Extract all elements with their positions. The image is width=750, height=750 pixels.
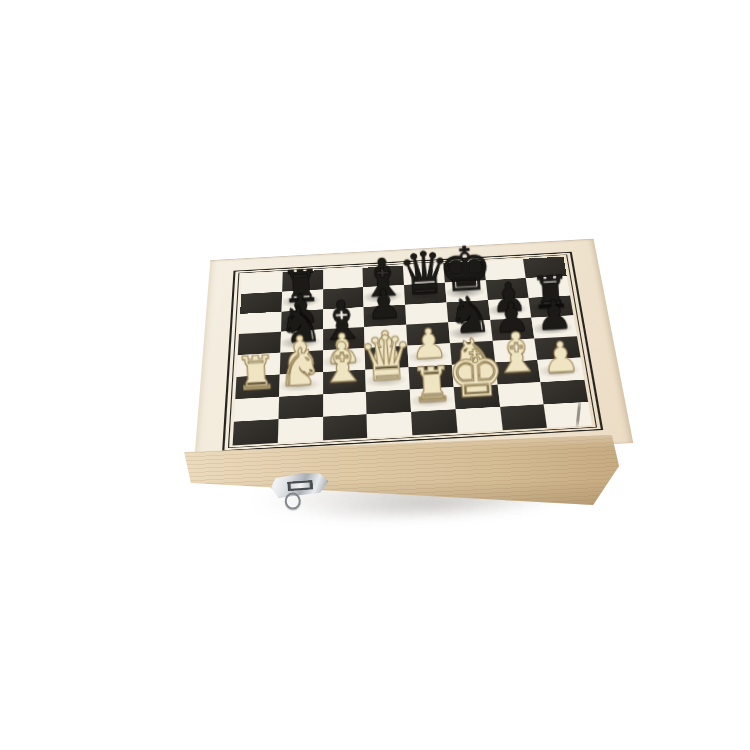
piece-shadow: [489, 302, 530, 316]
square-c3: ♝: [323, 370, 367, 395]
square-d4: ♟: [365, 346, 409, 370]
square-e4: ♟: [407, 343, 451, 367]
square-b3: ♞: [279, 372, 323, 397]
square-d5: [364, 325, 407, 348]
square-d8: [363, 266, 404, 287]
square-h3: ♟: [538, 357, 585, 381]
square-d1: [367, 412, 413, 438]
piece-shadow: [496, 365, 539, 381]
square-g2: [497, 382, 544, 407]
square-h4: [535, 336, 581, 360]
piece-shadow: [281, 334, 322, 349]
square-b1: [278, 417, 323, 443]
square-a5: [238, 332, 281, 355]
square-g8: [483, 259, 526, 280]
piece-shadow: [236, 379, 278, 395]
piece-shadow: [449, 325, 491, 340]
square-e5: [406, 322, 450, 345]
square-d7: ♝: [363, 285, 405, 307]
square-a6: [239, 311, 281, 334]
piece-shadow: [323, 353, 364, 368]
chess-set: ♜♝♛♚♟♟♟♜♞♝♞♟♟♟♟♟♟♜♞♝♛♞♝♟♜♚: [196, 239, 626, 591]
metal-clasp: [270, 471, 332, 509]
piece-shadow: [367, 372, 409, 388]
piece-shadow: [533, 320, 575, 335]
piece-shadow: [446, 285, 486, 299]
square-c1: [322, 414, 367, 440]
piece-shadow: [282, 294, 321, 308]
square-c8: [323, 268, 364, 290]
piece-shadow: [491, 322, 533, 337]
piece-shadow: [323, 374, 365, 390]
square-c7: [323, 287, 364, 309]
square-b2: [278, 394, 322, 419]
square-h5: ♟: [532, 315, 577, 338]
square-h7: [526, 276, 570, 298]
square-c4: ♟: [323, 348, 366, 372]
piece-shadow: [282, 314, 322, 328]
square-c2: [322, 392, 366, 417]
square-d2: [366, 389, 411, 414]
square-e1: [411, 409, 457, 435]
square-e2: ♜: [410, 387, 456, 412]
piece-shadow: [408, 348, 450, 363]
square-e6: [405, 302, 448, 325]
square-g6: ♟: [488, 298, 532, 321]
piece-shadow: [411, 392, 454, 408]
board-inner-border-line: ♜♝♛♚♟♟♟♜♞♝♞♟♟♟♟♟♟♜♞♝♛♞♝♟♜♚: [228, 254, 597, 448]
piece-shadow: [530, 300, 572, 314]
square-g1: [500, 404, 548, 430]
piece-shadow: [280, 355, 321, 370]
square-g4: [492, 339, 537, 363]
piece-shadow: [453, 367, 496, 383]
square-a8: [241, 272, 282, 294]
square-a3: ♜: [235, 374, 279, 399]
square-a7: [240, 292, 282, 314]
square-b4: ♟: [280, 350, 323, 374]
piece-shadow: [280, 377, 322, 393]
square-a2: [234, 397, 279, 422]
square-c6: [323, 307, 365, 330]
piece-shadow: [539, 362, 583, 378]
clasp-plate: [270, 471, 330, 499]
chess-board: ♜♝♛♚♟♟♟♜♞♝♞♟♟♟♟♟♟♜♞♝♛♞♝♟♜♚: [233, 257, 593, 446]
square-b7: ♜: [281, 289, 322, 311]
square-f4: [450, 341, 495, 365]
square-e7: ♛: [404, 282, 446, 304]
square-b8: [282, 270, 323, 292]
square-c5: ♝: [323, 327, 365, 350]
square-h8: [523, 257, 566, 278]
square-f6: [446, 300, 490, 323]
clasp-slot: [287, 480, 313, 491]
square-f8: [443, 261, 485, 282]
square-e8: [403, 263, 445, 284]
piece-shadow: [365, 309, 405, 323]
square-g5: ♟: [490, 318, 535, 341]
piece-shadow: [405, 287, 445, 301]
piece-shadow: [455, 389, 499, 405]
square-f2: ♚: [453, 384, 499, 409]
square-f7: ♚: [445, 280, 488, 302]
board-wood-panel: ♜♝♛♚♟♟♟♜♞♝♞♟♟♟♟♟♟♜♞♝♛♞♝♟♜♚: [194, 239, 634, 467]
piece-shadow: [366, 350, 408, 365]
board-outer-border-line: ♜♝♛♚♟♟♟♜♞♝♞♟♟♟♟♟♟♜♞♝♛♞♝♟♜♚: [222, 252, 603, 452]
square-f1: [455, 407, 502, 433]
square-b6: ♟: [281, 309, 323, 332]
piece-shadow: [364, 289, 404, 303]
square-a1: [233, 419, 279, 445]
piece-shadow: [323, 332, 364, 347]
product-photo: ♜♝♛♚♟♟♟♜♞♝♞♟♟♟♟♟♟♜♞♝♛♞♝♟♜♚: [0, 0, 750, 750]
square-a4: [237, 353, 281, 377]
square-e3: [409, 365, 454, 389]
square-h6: ♜: [529, 295, 574, 317]
square-g7: [485, 278, 528, 300]
square-g3: ♝: [495, 360, 541, 384]
square-d6: ♟: [364, 305, 406, 328]
square-f3: ♞: [452, 362, 497, 386]
square-f5: ♞: [448, 320, 492, 343]
square-d3: ♛: [366, 367, 410, 392]
square-b5: ♞: [280, 329, 322, 352]
square-h1: [544, 402, 592, 428]
